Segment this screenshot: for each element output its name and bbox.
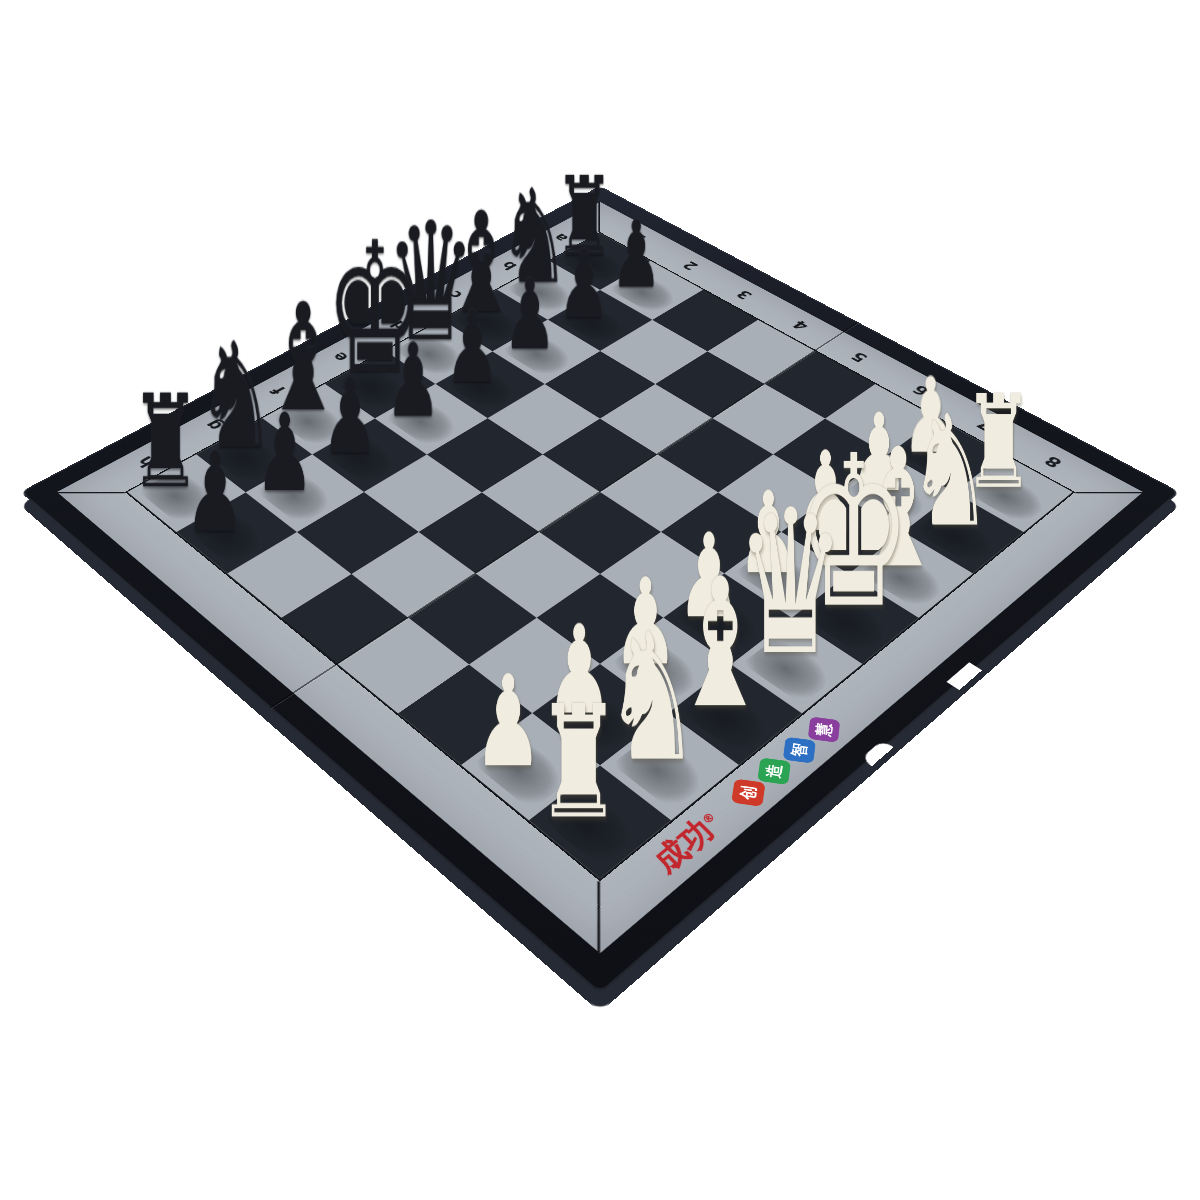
square-d4[interactable]	[542, 418, 657, 492]
board-field: ♜♟♟♜♞♟♟♞♝♟♟♝♛♟♟♚♚♟♟♛♝♟♟♝♞♟♟♞♜♟♟♜	[125, 232, 1075, 881]
brand-tile-造: 造	[757, 757, 791, 784]
brand-tile-慧: 慧	[808, 716, 840, 742]
brand-tile-智: 智	[783, 737, 816, 764]
chessboard: ♜♟♟♜♞♟♟♞♝♟♟♝♛♟♟♚♚♟♟♛♝♟♟♝♞♟♟♞♜♟♟♜ 1234567…	[20, 186, 1180, 995]
piece-white-rook-h8[interactable]: ♜	[531, 690, 625, 838]
product-photo-stage: ♜♟♟♜♞♟♟♞♝♟♟♝♛♟♟♚♚♟♟♛♝♟♟♝♞♟♟♞♜♟♟♜ 1234567…	[0, 0, 1200, 1200]
piece-black-pawn-g2[interactable]: ♟	[245, 402, 323, 504]
piece-black-pawn-h2[interactable]: ♟	[175, 440, 255, 545]
brand-tile-创: 创	[731, 779, 765, 807]
